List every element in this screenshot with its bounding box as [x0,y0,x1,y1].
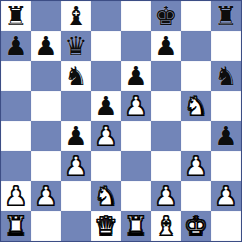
piece-black-knight[interactable]: ♞ [214,61,237,91]
square-d5[interactable]: ♟ [91,91,121,121]
square-d4[interactable]: ♟ [91,121,121,151]
piece-white-king[interactable]: ♚ [184,211,207,241]
square-e4[interactable] [121,121,151,151]
piece-black-pawn[interactable]: ♟ [94,91,117,121]
piece-white-pawn[interactable]: ♟ [94,121,117,151]
piece-white-pawn[interactable]: ♟ [184,151,207,181]
square-h8[interactable]: ♜ [211,1,241,31]
square-f1[interactable]: ♝ [151,211,181,241]
square-d3[interactable] [91,151,121,181]
square-a7[interactable]: ♟ [1,31,31,61]
square-c1[interactable] [61,211,91,241]
square-b1[interactable] [31,211,61,241]
piece-white-pawn[interactable]: ♟ [64,151,87,181]
square-e8[interactable] [121,1,151,31]
square-e3[interactable] [121,151,151,181]
square-e6[interactable]: ♟ [121,61,151,91]
square-f6[interactable] [151,61,181,91]
square-d1[interactable]: ♛ [91,211,121,241]
square-a1[interactable]: ♜ [1,211,31,241]
square-e2[interactable] [121,181,151,211]
square-a4[interactable] [1,121,31,151]
square-h6[interactable]: ♞ [211,61,241,91]
square-h7[interactable] [211,31,241,61]
square-b8[interactable] [31,1,61,31]
piece-white-bishop[interactable]: ♝ [154,211,177,241]
piece-black-king[interactable]: ♚ [154,1,177,31]
square-g1[interactable]: ♚ [181,211,211,241]
square-d7[interactable] [91,31,121,61]
square-d8[interactable] [91,1,121,31]
piece-white-rook[interactable]: ♜ [4,211,27,241]
square-g5[interactable]: ♞ [181,91,211,121]
square-f3[interactable] [151,151,181,181]
square-g7[interactable] [181,31,211,61]
square-e5[interactable]: ♟ [121,91,151,121]
square-f7[interactable]: ♟ [151,31,181,61]
piece-black-queen[interactable]: ♛ [64,31,87,61]
piece-white-pawn[interactable]: ♟ [154,181,177,211]
square-a6[interactable] [1,61,31,91]
square-c5[interactable] [61,91,91,121]
square-b5[interactable] [31,91,61,121]
piece-black-pawn[interactable]: ♟ [64,121,87,151]
piece-black-rook[interactable]: ♜ [4,1,27,31]
square-b2[interactable]: ♟ [31,181,61,211]
piece-white-pawn[interactable]: ♟ [214,181,237,211]
piece-black-bishop[interactable]: ♝ [64,1,87,31]
square-g2[interactable] [181,181,211,211]
square-a8[interactable]: ♜ [1,1,31,31]
square-h1[interactable] [211,211,241,241]
piece-black-knight[interactable]: ♞ [64,61,87,91]
square-f4[interactable] [151,121,181,151]
piece-black-pawn[interactable]: ♟ [34,31,57,61]
square-h4[interactable]: ♟ [211,121,241,151]
chess-board: ♜♝♚♜♟♟♛♟♞♟♞♟♟♞♟♟♟♟♟♟♟♞♟♟♜♛♜♝♚ [0,0,242,242]
square-c2[interactable] [61,181,91,211]
square-g3[interactable]: ♟ [181,151,211,181]
square-g6[interactable] [181,61,211,91]
square-d6[interactable] [91,61,121,91]
square-d2[interactable]: ♞ [91,181,121,211]
piece-white-knight[interactable]: ♞ [184,91,207,121]
piece-white-knight[interactable]: ♞ [94,181,117,211]
square-b7[interactable]: ♟ [31,31,61,61]
square-c3[interactable]: ♟ [61,151,91,181]
square-e7[interactable] [121,31,151,61]
square-h2[interactable]: ♟ [211,181,241,211]
piece-white-rook[interactable]: ♜ [124,211,147,241]
square-c8[interactable]: ♝ [61,1,91,31]
square-f8[interactable]: ♚ [151,1,181,31]
piece-black-pawn[interactable]: ♟ [4,31,27,61]
piece-white-pawn[interactable]: ♟ [124,91,147,121]
square-c7[interactable]: ♛ [61,31,91,61]
square-a2[interactable]: ♟ [1,181,31,211]
piece-black-pawn[interactable]: ♟ [154,31,177,61]
piece-black-pawn[interactable]: ♟ [124,61,147,91]
piece-white-pawn[interactable]: ♟ [4,181,27,211]
square-a5[interactable] [1,91,31,121]
piece-black-rook[interactable]: ♜ [214,1,237,31]
square-g4[interactable] [181,121,211,151]
piece-black-pawn[interactable]: ♟ [214,121,237,151]
square-b3[interactable] [31,151,61,181]
square-b4[interactable] [31,121,61,151]
square-b6[interactable] [31,61,61,91]
square-f5[interactable] [151,91,181,121]
square-h5[interactable] [211,91,241,121]
square-c4[interactable]: ♟ [61,121,91,151]
square-a3[interactable] [1,151,31,181]
square-e1[interactable]: ♜ [121,211,151,241]
square-h3[interactable] [211,151,241,181]
piece-white-queen[interactable]: ♛ [94,211,117,241]
piece-white-pawn[interactable]: ♟ [34,181,57,211]
square-f2[interactable]: ♟ [151,181,181,211]
square-g8[interactable] [181,1,211,31]
square-c6[interactable]: ♞ [61,61,91,91]
